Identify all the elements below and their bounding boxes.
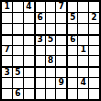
cell-r6c4[interactable] — [35, 56, 45, 66]
cell-r4c6[interactable] — [56, 35, 66, 45]
cell-r7c2[interactable]: 5 — [13, 67, 23, 77]
cell-r8c6[interactable]: 9 — [56, 78, 66, 88]
cell-r3c9[interactable] — [89, 24, 99, 34]
cell-r6c7[interactable] — [67, 56, 77, 66]
cell-r6c3[interactable] — [24, 56, 34, 66]
cell-r7c5[interactable] — [46, 67, 56, 77]
cell-r2c2[interactable] — [13, 13, 23, 23]
cell-r7c6[interactable] — [56, 67, 66, 77]
cell-r2c4[interactable]: 6 — [35, 13, 45, 23]
cell-r7c8[interactable] — [78, 67, 88, 77]
cell-r9c6[interactable] — [56, 89, 66, 99]
cell-r2c5[interactable] — [46, 13, 56, 23]
cell-r9c7[interactable] — [67, 89, 77, 99]
cell-r5c6[interactable] — [56, 46, 66, 56]
cell-r5c4[interactable] — [35, 46, 45, 56]
sudoku-board: 14765235671835946 — [0, 0, 101, 101]
cell-r6c1[interactable] — [2, 56, 12, 66]
cell-r3c8[interactable] — [78, 24, 88, 34]
cell-r9c1[interactable] — [2, 89, 12, 99]
cell-r2c9[interactable]: 2 — [89, 13, 99, 23]
cell-r2c8[interactable] — [78, 13, 88, 23]
cell-r5c3[interactable] — [24, 46, 34, 56]
cell-r4c1[interactable] — [2, 35, 12, 45]
cell-r1c9[interactable] — [89, 2, 99, 12]
cell-r6c5[interactable]: 8 — [46, 56, 56, 66]
cell-r9c9[interactable] — [89, 89, 99, 99]
cell-r4c2[interactable] — [13, 35, 23, 45]
cell-r3c6[interactable] — [56, 24, 66, 34]
cell-r5c2[interactable] — [13, 46, 23, 56]
cell-r5c7[interactable] — [67, 46, 77, 56]
cell-r4c5[interactable]: 5 — [46, 35, 56, 45]
cell-r5c8[interactable]: 1 — [78, 46, 88, 56]
cell-r4c3[interactable] — [24, 35, 34, 45]
cell-r8c7[interactable] — [67, 78, 77, 88]
cell-r9c3[interactable] — [24, 89, 34, 99]
cell-r8c5[interactable] — [46, 78, 56, 88]
cell-r4c4[interactable]: 3 — [35, 35, 45, 45]
cell-r1c8[interactable] — [78, 2, 88, 12]
cell-r7c3[interactable] — [24, 67, 34, 77]
cell-r1c3[interactable]: 4 — [24, 2, 34, 12]
cell-r3c5[interactable] — [46, 24, 56, 34]
cell-r5c1[interactable]: 7 — [2, 46, 12, 56]
cell-r1c6[interactable]: 7 — [56, 2, 66, 12]
cell-r1c4[interactable] — [35, 2, 45, 12]
cell-r7c1[interactable]: 3 — [2, 67, 12, 77]
cell-r3c4[interactable] — [35, 24, 45, 34]
cell-r5c9[interactable] — [89, 46, 99, 56]
cell-r4c7[interactable]: 6 — [67, 35, 77, 45]
cell-r7c7[interactable] — [67, 67, 77, 77]
cell-r6c2[interactable] — [13, 56, 23, 66]
cell-r1c5[interactable] — [46, 2, 56, 12]
cell-r1c1[interactable]: 1 — [2, 2, 12, 12]
cell-r3c1[interactable] — [2, 24, 12, 34]
cell-r9c5[interactable] — [46, 89, 56, 99]
cell-r4c8[interactable] — [78, 35, 88, 45]
cell-r2c7[interactable]: 5 — [67, 13, 77, 23]
cell-r4c9[interactable] — [89, 35, 99, 45]
cell-r3c7[interactable] — [67, 24, 77, 34]
cell-r7c4[interactable] — [35, 67, 45, 77]
cell-r8c4[interactable] — [35, 78, 45, 88]
cell-r8c9[interactable] — [89, 78, 99, 88]
cell-r6c9[interactable] — [89, 56, 99, 66]
cell-r8c2[interactable] — [13, 78, 23, 88]
cell-r6c6[interactable] — [56, 56, 66, 66]
cell-r9c2[interactable]: 6 — [13, 89, 23, 99]
cell-r2c6[interactable] — [56, 13, 66, 23]
cell-r5c5[interactable] — [46, 46, 56, 56]
cell-r8c3[interactable] — [24, 78, 34, 88]
cell-r7c9[interactable] — [89, 67, 99, 77]
cell-r9c4[interactable] — [35, 89, 45, 99]
cell-r9c8[interactable] — [78, 89, 88, 99]
cell-r8c1[interactable] — [2, 78, 12, 88]
cell-r3c3[interactable] — [24, 24, 34, 34]
cell-r2c1[interactable] — [2, 13, 12, 23]
cell-r1c2[interactable] — [13, 2, 23, 12]
cell-r1c7[interactable] — [67, 2, 77, 12]
cell-r6c8[interactable] — [78, 56, 88, 66]
cell-r8c8[interactable]: 4 — [78, 78, 88, 88]
cell-r2c3[interactable] — [24, 13, 34, 23]
cell-r3c2[interactable] — [13, 24, 23, 34]
